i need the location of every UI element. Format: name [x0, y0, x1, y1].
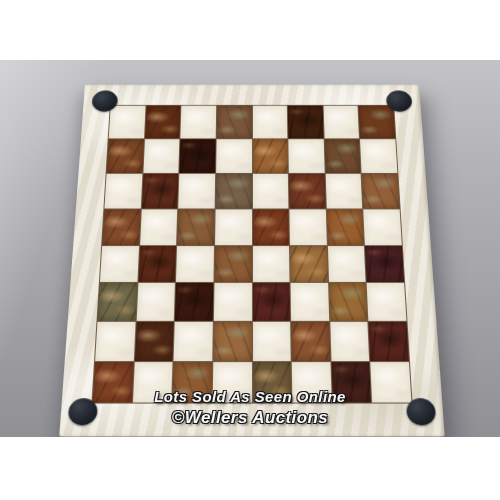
board-square	[252, 106, 287, 139]
board-square	[253, 322, 291, 361]
board-square	[290, 209, 327, 245]
board-square	[104, 174, 142, 209]
page: Lots Sold As Seen Online ©Wellers Auctio…	[0, 0, 500, 500]
board-square	[181, 106, 216, 139]
board-square	[180, 139, 216, 173]
board-square	[252, 139, 288, 173]
board-square	[145, 106, 181, 139]
board-square	[216, 139, 252, 173]
board-square	[143, 139, 180, 173]
board-square	[360, 139, 397, 173]
board-square	[215, 174, 251, 209]
board-square	[176, 246, 214, 283]
board-square	[365, 246, 404, 283]
board-square	[290, 246, 328, 283]
board-square	[95, 322, 135, 361]
board-square	[325, 174, 362, 209]
board-square	[215, 209, 252, 245]
board-square	[217, 106, 252, 139]
board-square	[109, 106, 145, 139]
board-square	[291, 283, 329, 321]
rubber-foot-top-right	[386, 90, 413, 111]
board-square	[328, 246, 366, 283]
board-square	[177, 209, 214, 245]
board-square	[364, 209, 402, 245]
board-square	[369, 322, 409, 361]
board-square	[329, 283, 368, 321]
board-square	[359, 106, 395, 139]
board-square	[98, 283, 137, 321]
board-square	[140, 209, 178, 245]
board-square	[362, 174, 400, 209]
board-square	[107, 139, 144, 173]
chess-board	[59, 85, 445, 437]
board-square	[327, 209, 365, 245]
board-square	[100, 246, 139, 283]
board-square	[102, 209, 140, 245]
board-square	[138, 246, 176, 283]
board-square	[141, 174, 178, 209]
board-square	[288, 139, 324, 173]
watermark-line2: ©Wellers Auctions	[0, 408, 500, 428]
board-square	[214, 283, 252, 321]
board-square	[175, 283, 213, 321]
board-border-frame	[59, 85, 445, 437]
board-square	[178, 174, 215, 209]
board-square	[213, 322, 251, 361]
board-square	[134, 322, 174, 361]
auction-photo: Lots Sold As Seen Online ©Wellers Auctio…	[0, 60, 500, 437]
board-square	[291, 322, 330, 361]
board-square	[323, 106, 359, 139]
board-square	[214, 246, 251, 283]
board-square	[324, 139, 361, 173]
board-square	[253, 283, 291, 321]
board-square	[252, 246, 289, 283]
board-square	[367, 283, 406, 321]
board-square	[252, 209, 289, 245]
watermark: Lots Sold As Seen Online ©Wellers Auctio…	[0, 388, 500, 428]
board-square	[288, 106, 323, 139]
board-square	[136, 283, 175, 321]
board-square	[289, 174, 326, 209]
watermark-line1: Lots Sold As Seen Online	[0, 388, 500, 405]
board-square	[252, 174, 288, 209]
board-square	[174, 322, 213, 361]
board-square	[330, 322, 370, 361]
board-grid	[91, 105, 412, 404]
